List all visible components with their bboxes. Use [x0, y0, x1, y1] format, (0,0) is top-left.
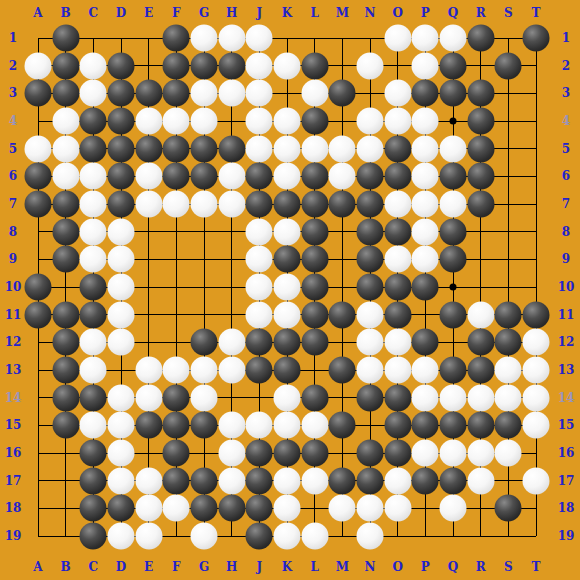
column-label-top: G — [193, 6, 215, 20]
black-stone[interactable] — [412, 412, 439, 439]
white-stone[interactable] — [163, 357, 190, 384]
black-stone[interactable] — [246, 163, 273, 190]
column-label-bottom: C — [82, 560, 104, 574]
column-label-bottom: E — [138, 560, 160, 574]
white-stone[interactable] — [218, 329, 245, 356]
black-stone[interactable] — [108, 495, 135, 522]
black-stone[interactable] — [440, 357, 467, 384]
white-stone[interactable] — [25, 52, 52, 79]
column-label-bottom: K — [276, 560, 298, 574]
white-stone[interactable] — [301, 412, 328, 439]
column-label-bottom: B — [55, 560, 77, 574]
white-stone[interactable] — [191, 108, 218, 135]
black-stone[interactable] — [495, 412, 522, 439]
white-stone[interactable] — [218, 412, 245, 439]
black-stone[interactable] — [412, 274, 439, 301]
white-stone[interactable] — [412, 52, 439, 79]
black-stone[interactable] — [384, 163, 411, 190]
black-stone[interactable] — [25, 301, 52, 328]
black-stone[interactable] — [467, 357, 494, 384]
black-stone[interactable] — [52, 357, 79, 384]
white-stone[interactable] — [274, 523, 301, 550]
white-stone[interactable] — [135, 384, 162, 411]
black-stone[interactable] — [440, 218, 467, 245]
black-stone[interactable] — [440, 467, 467, 494]
black-stone[interactable] — [246, 357, 273, 384]
column-label-bottom: D — [110, 560, 132, 574]
black-stone[interactable] — [357, 384, 384, 411]
black-stone[interactable] — [246, 467, 273, 494]
column-label-bottom: S — [497, 560, 519, 574]
white-stone[interactable] — [274, 163, 301, 190]
white-stone[interactable] — [135, 108, 162, 135]
white-stone[interactable] — [357, 329, 384, 356]
column-label-top: P — [414, 6, 436, 20]
white-stone[interactable] — [412, 440, 439, 467]
white-stone[interactable] — [108, 218, 135, 245]
black-stone[interactable] — [191, 52, 218, 79]
white-stone[interactable] — [440, 495, 467, 522]
white-stone[interactable] — [384, 80, 411, 107]
black-stone[interactable] — [301, 440, 328, 467]
row-label-left: 6 — [2, 169, 24, 183]
white-stone[interactable] — [412, 108, 439, 135]
black-stone[interactable] — [52, 80, 79, 107]
white-stone[interactable] — [523, 357, 550, 384]
black-stone[interactable] — [218, 52, 245, 79]
white-stone[interactable] — [191, 523, 218, 550]
black-stone[interactable] — [80, 440, 107, 467]
white-stone[interactable] — [246, 412, 273, 439]
black-stone[interactable] — [301, 329, 328, 356]
white-stone[interactable] — [218, 440, 245, 467]
black-stone[interactable] — [80, 301, 107, 328]
black-stone[interactable] — [80, 274, 107, 301]
white-stone[interactable] — [246, 25, 273, 52]
white-stone[interactable] — [108, 440, 135, 467]
column-label-top: M — [331, 6, 353, 20]
black-stone[interactable] — [412, 329, 439, 356]
black-stone[interactable] — [52, 191, 79, 218]
black-stone[interactable] — [246, 329, 273, 356]
white-stone[interactable] — [246, 218, 273, 245]
column-label-bottom: N — [359, 560, 381, 574]
black-stone[interactable] — [329, 80, 356, 107]
black-stone[interactable] — [357, 467, 384, 494]
black-stone[interactable] — [80, 135, 107, 162]
row-label-right: 9 — [555, 252, 577, 266]
white-stone[interactable] — [274, 467, 301, 494]
white-stone[interactable] — [218, 163, 245, 190]
white-stone[interactable] — [218, 25, 245, 52]
white-stone[interactable] — [274, 218, 301, 245]
white-stone[interactable] — [412, 384, 439, 411]
white-stone[interactable] — [523, 467, 550, 494]
white-stone[interactable] — [246, 301, 273, 328]
black-stone[interactable] — [301, 191, 328, 218]
black-stone[interactable] — [108, 135, 135, 162]
black-stone[interactable] — [163, 135, 190, 162]
black-stone[interactable] — [52, 25, 79, 52]
white-stone[interactable] — [384, 329, 411, 356]
column-label-bottom: H — [221, 560, 243, 574]
white-stone[interactable] — [108, 329, 135, 356]
white-stone[interactable] — [357, 301, 384, 328]
black-stone[interactable] — [274, 329, 301, 356]
white-stone[interactable] — [440, 135, 467, 162]
black-stone[interactable] — [384, 384, 411, 411]
black-stone[interactable] — [163, 467, 190, 494]
column-label-bottom: R — [470, 560, 492, 574]
black-stone[interactable] — [301, 163, 328, 190]
black-stone[interactable] — [301, 301, 328, 328]
row-label-right: 11 — [555, 308, 577, 322]
white-stone[interactable] — [135, 163, 162, 190]
column-label-top: Q — [442, 6, 464, 20]
row-label-right: 3 — [555, 86, 577, 100]
white-stone[interactable] — [163, 191, 190, 218]
white-stone[interactable] — [191, 25, 218, 52]
black-stone[interactable] — [52, 52, 79, 79]
black-stone[interactable] — [52, 384, 79, 411]
white-stone[interactable] — [163, 495, 190, 522]
column-label-bottom: O — [387, 560, 409, 574]
black-stone[interactable] — [467, 163, 494, 190]
black-stone[interactable] — [135, 80, 162, 107]
white-stone[interactable] — [135, 495, 162, 522]
black-stone[interactable] — [52, 218, 79, 245]
white-stone[interactable] — [523, 412, 550, 439]
white-stone[interactable] — [412, 163, 439, 190]
black-stone[interactable] — [108, 163, 135, 190]
black-stone[interactable] — [25, 163, 52, 190]
black-stone[interactable] — [25, 274, 52, 301]
black-stone[interactable] — [246, 191, 273, 218]
white-stone[interactable] — [301, 523, 328, 550]
row-label-right: 6 — [555, 169, 577, 183]
white-stone[interactable] — [495, 440, 522, 467]
black-stone[interactable] — [357, 440, 384, 467]
black-stone[interactable] — [384, 412, 411, 439]
white-stone[interactable] — [440, 191, 467, 218]
white-stone[interactable] — [108, 384, 135, 411]
black-stone[interactable] — [440, 412, 467, 439]
white-stone[interactable] — [412, 25, 439, 52]
black-stone[interactable] — [301, 52, 328, 79]
white-stone[interactable] — [218, 357, 245, 384]
black-stone[interactable] — [467, 108, 494, 135]
white-stone[interactable] — [80, 218, 107, 245]
black-stone[interactable] — [52, 246, 79, 273]
white-stone[interactable] — [301, 80, 328, 107]
white-stone[interactable] — [329, 135, 356, 162]
white-stone[interactable] — [274, 274, 301, 301]
white-stone[interactable] — [108, 467, 135, 494]
white-stone[interactable] — [108, 274, 135, 301]
black-stone[interactable] — [108, 108, 135, 135]
row-label-left: 15 — [2, 418, 24, 432]
white-stone[interactable] — [329, 163, 356, 190]
black-stone[interactable] — [357, 246, 384, 273]
white-stone[interactable] — [274, 495, 301, 522]
white-stone[interactable] — [80, 191, 107, 218]
row-label-left: 9 — [2, 252, 24, 266]
black-stone[interactable] — [384, 135, 411, 162]
white-stone[interactable] — [384, 495, 411, 522]
white-stone[interactable] — [357, 135, 384, 162]
black-stone[interactable] — [274, 191, 301, 218]
black-stone[interactable] — [108, 191, 135, 218]
black-stone[interactable] — [25, 191, 52, 218]
black-stone[interactable] — [384, 301, 411, 328]
black-stone[interactable] — [80, 467, 107, 494]
black-stone[interactable] — [191, 163, 218, 190]
black-stone[interactable] — [357, 274, 384, 301]
black-stone[interactable] — [25, 80, 52, 107]
white-stone[interactable] — [412, 191, 439, 218]
black-stone[interactable] — [80, 384, 107, 411]
white-stone[interactable] — [274, 301, 301, 328]
black-stone[interactable] — [384, 440, 411, 467]
black-stone[interactable] — [467, 25, 494, 52]
row-label-left: 18 — [2, 501, 24, 515]
black-stone[interactable] — [274, 246, 301, 273]
black-stone[interactable] — [467, 80, 494, 107]
black-stone[interactable] — [191, 412, 218, 439]
black-stone[interactable] — [440, 246, 467, 273]
black-stone[interactable] — [246, 523, 273, 550]
black-stone[interactable] — [495, 301, 522, 328]
white-stone[interactable] — [495, 384, 522, 411]
column-label-bottom: F — [165, 560, 187, 574]
black-stone[interactable] — [163, 440, 190, 467]
column-label-top: T — [525, 6, 547, 20]
white-stone[interactable] — [108, 523, 135, 550]
white-stone[interactable] — [80, 80, 107, 107]
white-stone[interactable] — [357, 357, 384, 384]
column-label-top: B — [55, 6, 77, 20]
white-stone[interactable] — [357, 495, 384, 522]
white-stone[interactable] — [357, 108, 384, 135]
black-stone[interactable] — [52, 301, 79, 328]
white-stone[interactable] — [440, 384, 467, 411]
black-stone[interactable] — [523, 301, 550, 328]
black-stone[interactable] — [495, 329, 522, 356]
white-stone[interactable] — [246, 135, 273, 162]
white-stone[interactable] — [135, 357, 162, 384]
go-board[interactable]: AABBCCDDEEFFGGHHJJKKLLMMNNOOPPQQRRSSTT11… — [0, 0, 580, 580]
row-label-left: 4 — [2, 114, 24, 128]
black-stone[interactable] — [412, 467, 439, 494]
white-stone[interactable] — [80, 412, 107, 439]
white-stone[interactable] — [412, 357, 439, 384]
black-stone[interactable] — [52, 329, 79, 356]
white-stone[interactable] — [218, 467, 245, 494]
white-stone[interactable] — [246, 246, 273, 273]
white-stone[interactable] — [52, 135, 79, 162]
white-stone[interactable] — [523, 329, 550, 356]
white-stone[interactable] — [467, 301, 494, 328]
black-stone[interactable] — [246, 440, 273, 467]
white-stone[interactable] — [246, 80, 273, 107]
black-stone[interactable] — [218, 495, 245, 522]
black-stone[interactable] — [523, 25, 550, 52]
column-label-bottom: A — [27, 560, 49, 574]
white-stone[interactable] — [191, 191, 218, 218]
column-label-bottom: M — [331, 560, 353, 574]
black-stone[interactable] — [108, 80, 135, 107]
black-stone[interactable] — [301, 218, 328, 245]
column-label-bottom: G — [193, 560, 215, 574]
black-stone[interactable] — [191, 329, 218, 356]
black-stone[interactable] — [80, 495, 107, 522]
white-stone[interactable] — [440, 25, 467, 52]
black-stone[interactable] — [440, 52, 467, 79]
row-label-left: 10 — [2, 280, 24, 294]
black-stone[interactable] — [163, 80, 190, 107]
white-stone[interactable] — [274, 412, 301, 439]
black-stone[interactable] — [467, 412, 494, 439]
white-stone[interactable] — [384, 246, 411, 273]
white-stone[interactable] — [301, 135, 328, 162]
white-stone[interactable] — [274, 384, 301, 411]
black-stone[interactable] — [467, 135, 494, 162]
black-stone[interactable] — [135, 412, 162, 439]
white-stone[interactable] — [52, 108, 79, 135]
black-stone[interactable] — [301, 246, 328, 273]
white-stone[interactable] — [467, 440, 494, 467]
white-stone[interactable] — [412, 246, 439, 273]
white-stone[interactable] — [357, 52, 384, 79]
white-stone[interactable] — [80, 246, 107, 273]
white-stone[interactable] — [384, 25, 411, 52]
black-stone[interactable] — [246, 495, 273, 522]
white-stone[interactable] — [440, 440, 467, 467]
white-stone[interactable] — [52, 163, 79, 190]
row-label-left: 5 — [2, 142, 24, 156]
black-stone[interactable] — [357, 191, 384, 218]
white-stone[interactable] — [135, 467, 162, 494]
black-stone[interactable] — [467, 329, 494, 356]
black-stone[interactable] — [163, 52, 190, 79]
black-stone[interactable] — [329, 357, 356, 384]
white-stone[interactable] — [384, 191, 411, 218]
white-stone[interactable] — [246, 52, 273, 79]
white-stone[interactable] — [191, 357, 218, 384]
black-stone[interactable] — [301, 274, 328, 301]
black-stone[interactable] — [495, 52, 522, 79]
white-stone[interactable] — [80, 52, 107, 79]
black-stone[interactable] — [274, 357, 301, 384]
row-label-right: 17 — [555, 474, 577, 488]
white-stone[interactable] — [301, 467, 328, 494]
black-stone[interactable] — [163, 384, 190, 411]
white-stone[interactable] — [274, 108, 301, 135]
black-stone[interactable] — [80, 523, 107, 550]
black-stone[interactable] — [135, 135, 162, 162]
white-stone[interactable] — [25, 135, 52, 162]
white-stone[interactable] — [108, 301, 135, 328]
white-stone[interactable] — [329, 495, 356, 522]
white-stone[interactable] — [191, 384, 218, 411]
black-stone[interactable] — [329, 467, 356, 494]
black-stone[interactable] — [163, 163, 190, 190]
black-stone[interactable] — [467, 191, 494, 218]
black-stone[interactable] — [301, 384, 328, 411]
black-stone[interactable] — [440, 301, 467, 328]
black-stone[interactable] — [80, 108, 107, 135]
black-stone[interactable] — [329, 191, 356, 218]
black-stone[interactable] — [274, 440, 301, 467]
row-label-right: 14 — [555, 391, 577, 405]
white-stone[interactable] — [218, 80, 245, 107]
white-stone[interactable] — [495, 357, 522, 384]
column-label-top: O — [387, 6, 409, 20]
white-stone[interactable] — [163, 108, 190, 135]
white-stone[interactable] — [412, 218, 439, 245]
black-stone[interactable] — [191, 135, 218, 162]
black-stone[interactable] — [163, 25, 190, 52]
white-stone[interactable] — [246, 274, 273, 301]
row-label-right: 16 — [555, 446, 577, 460]
black-stone[interactable] — [329, 301, 356, 328]
white-stone[interactable] — [467, 384, 494, 411]
black-stone[interactable] — [191, 495, 218, 522]
row-label-left: 11 — [2, 308, 24, 322]
black-stone[interactable] — [357, 218, 384, 245]
white-stone[interactable] — [384, 467, 411, 494]
black-stone[interactable] — [384, 274, 411, 301]
black-stone[interactable] — [52, 412, 79, 439]
white-stone[interactable] — [384, 357, 411, 384]
white-stone[interactable] — [108, 412, 135, 439]
white-stone[interactable] — [80, 329, 107, 356]
white-stone[interactable] — [135, 191, 162, 218]
row-label-right: 5 — [555, 142, 577, 156]
white-stone[interactable] — [412, 135, 439, 162]
white-stone[interactable] — [246, 108, 273, 135]
white-stone[interactable] — [191, 80, 218, 107]
black-stone[interactable] — [218, 135, 245, 162]
white-stone[interactable] — [80, 163, 107, 190]
white-stone[interactable] — [274, 135, 301, 162]
white-stone[interactable] — [467, 467, 494, 494]
row-label-right: 7 — [555, 197, 577, 211]
row-label-left: 14 — [2, 391, 24, 405]
black-stone[interactable] — [301, 108, 328, 135]
black-stone[interactable] — [329, 412, 356, 439]
column-label-top: E — [138, 6, 160, 20]
white-stone[interactable] — [357, 523, 384, 550]
black-stone[interactable] — [495, 495, 522, 522]
white-stone[interactable] — [135, 523, 162, 550]
black-stone[interactable] — [384, 218, 411, 245]
black-stone[interactable] — [357, 163, 384, 190]
black-stone[interactable] — [163, 412, 190, 439]
white-stone[interactable] — [274, 52, 301, 79]
black-stone[interactable] — [440, 163, 467, 190]
black-stone[interactable] — [108, 52, 135, 79]
black-stone[interactable] — [440, 80, 467, 107]
white-stone[interactable] — [218, 191, 245, 218]
black-stone[interactable] — [191, 467, 218, 494]
white-stone[interactable] — [523, 384, 550, 411]
white-stone[interactable] — [384, 108, 411, 135]
row-label-right: 1 — [555, 31, 577, 45]
white-stone[interactable] — [108, 246, 135, 273]
white-stone[interactable] — [80, 357, 107, 384]
black-stone[interactable] — [412, 80, 439, 107]
